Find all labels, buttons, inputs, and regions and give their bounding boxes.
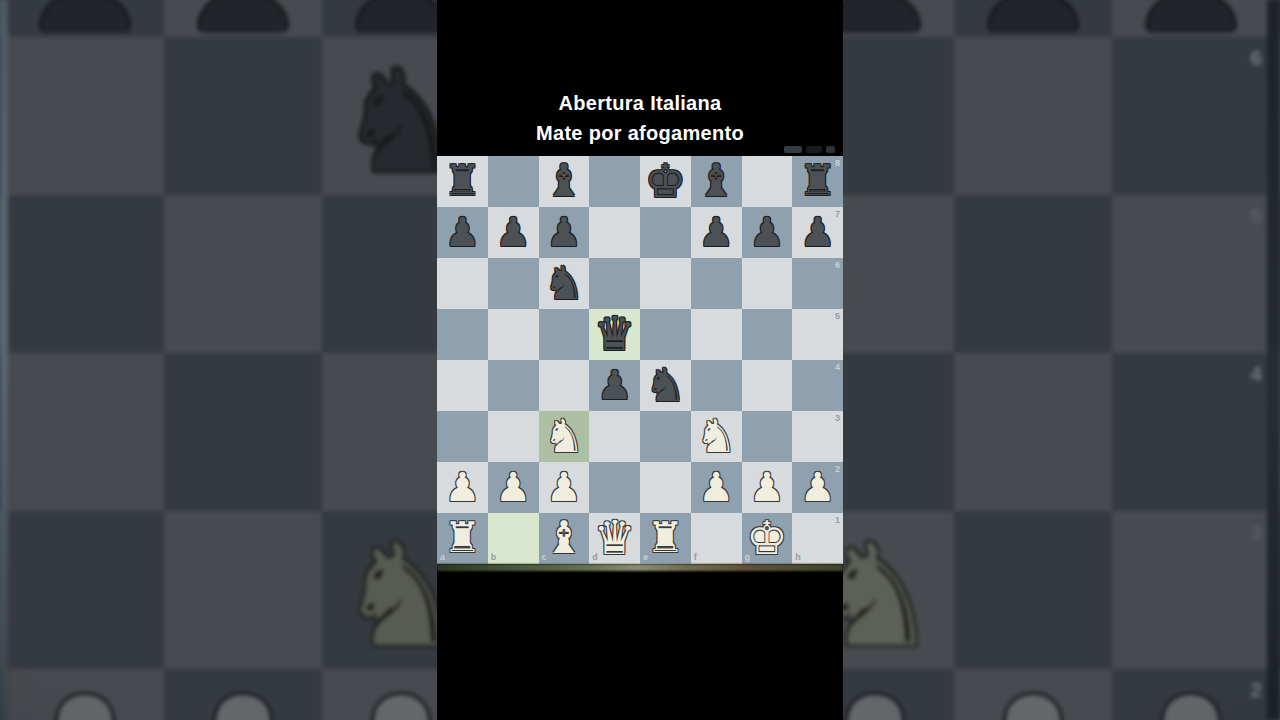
square-g7: ♟ bbox=[742, 207, 793, 258]
square-e1: ♜e bbox=[640, 513, 691, 564]
square-a6 bbox=[437, 258, 488, 309]
square-b3 bbox=[488, 411, 539, 462]
square-h8: ♜8 bbox=[792, 156, 843, 207]
square-h4: 4 bbox=[792, 360, 843, 411]
rank-label-6: 6 bbox=[835, 260, 840, 270]
square-f1: f bbox=[691, 513, 742, 564]
white-pawn-g2: ♟ bbox=[749, 467, 785, 507]
square-d1: ♛d bbox=[589, 513, 640, 564]
square-a5 bbox=[437, 309, 488, 360]
file-label-g: g bbox=[745, 552, 751, 562]
square-c1: ♝c bbox=[539, 513, 590, 564]
square-a7: ♟ bbox=[437, 207, 488, 258]
square-c6: ♞ bbox=[539, 258, 590, 309]
square-g4 bbox=[742, 360, 793, 411]
square-f4 bbox=[691, 360, 742, 411]
black-pawn-f7: ♟ bbox=[698, 212, 734, 252]
rank-label-4: 4 bbox=[835, 362, 840, 372]
file-label-a: a bbox=[440, 552, 445, 562]
square-a4 bbox=[437, 360, 488, 411]
status-mark-icon bbox=[806, 146, 822, 153]
black-pawn-g7: ♟ bbox=[749, 212, 785, 252]
status-mark-icon bbox=[826, 146, 835, 153]
black-rook-a8: ♜ bbox=[444, 160, 482, 202]
rank-label-2: 2 bbox=[835, 464, 840, 474]
square-f8: ♝ bbox=[691, 156, 742, 207]
square-e6 bbox=[640, 258, 691, 309]
square-b7: ♟ bbox=[488, 207, 539, 258]
square-h3: 3 bbox=[792, 411, 843, 462]
square-b5 bbox=[488, 309, 539, 360]
square-c5 bbox=[539, 309, 590, 360]
black-pawn-b7: ♟ bbox=[495, 212, 531, 252]
white-knight-f3: ♞ bbox=[696, 413, 737, 459]
rank-label-5: 5 bbox=[835, 311, 840, 321]
square-a8: ♜ bbox=[437, 156, 488, 207]
black-king-e8: ♚ bbox=[645, 158, 686, 204]
white-king-g1: ♚ bbox=[746, 515, 787, 561]
file-label-f: f bbox=[694, 552, 697, 562]
square-c2: ♟ bbox=[539, 462, 590, 513]
square-c7: ♟ bbox=[539, 207, 590, 258]
status-bar-marks bbox=[784, 146, 835, 154]
square-e7 bbox=[640, 207, 691, 258]
landscape-strip bbox=[437, 564, 843, 571]
square-d4: ♟ bbox=[589, 360, 640, 411]
black-rook-h8: ♜ bbox=[799, 160, 837, 202]
white-rook-e1: ♜ bbox=[647, 517, 685, 559]
square-e8: ♚ bbox=[640, 156, 691, 207]
square-e2 bbox=[640, 462, 691, 513]
square-a2: ♟ bbox=[437, 462, 488, 513]
square-f7: ♟ bbox=[691, 207, 742, 258]
square-d3 bbox=[589, 411, 640, 462]
file-label-b: b bbox=[491, 552, 497, 562]
square-c3: ♞ bbox=[539, 411, 590, 462]
white-bishop-c1: ♝ bbox=[544, 515, 584, 560]
rank-label-1: 1 bbox=[835, 515, 840, 525]
file-label-d: d bbox=[592, 552, 598, 562]
square-b6 bbox=[488, 258, 539, 309]
square-a3 bbox=[437, 411, 488, 462]
black-pawn-h7: ♟ bbox=[800, 212, 836, 252]
black-pawn-d4: ♟ bbox=[597, 365, 633, 405]
square-g8 bbox=[742, 156, 793, 207]
square-b8 bbox=[488, 156, 539, 207]
square-e3 bbox=[640, 411, 691, 462]
file-label-c: c bbox=[542, 552, 547, 562]
white-pawn-f2: ♟ bbox=[698, 467, 734, 507]
black-bishop-f8: ♝ bbox=[696, 158, 736, 203]
white-pawn-h2: ♟ bbox=[800, 467, 836, 507]
square-g3 bbox=[742, 411, 793, 462]
square-h6: 6 bbox=[792, 258, 843, 309]
white-queen-d1: ♛ bbox=[594, 514, 636, 561]
square-b1: b bbox=[488, 513, 539, 564]
square-f2: ♟ bbox=[691, 462, 742, 513]
square-f6 bbox=[691, 258, 742, 309]
square-a1: ♜a bbox=[437, 513, 488, 564]
square-d8 bbox=[589, 156, 640, 207]
black-queen-d5: ♛ bbox=[594, 310, 636, 357]
square-d5: ♛ bbox=[589, 309, 640, 360]
video-frame: ♞ ♞ ♞ 6 5 4 3 2 Abertura Italiana Mate p… bbox=[0, 0, 1280, 720]
video-title: Abertura Italiana Mate por afogamento bbox=[437, 88, 843, 148]
square-d2 bbox=[589, 462, 640, 513]
video-title-line2: Mate por afogamento bbox=[437, 118, 843, 148]
file-label-h: h bbox=[795, 552, 801, 562]
square-h5: 5 bbox=[792, 309, 843, 360]
video-title-line1: Abertura Italiana bbox=[437, 88, 843, 118]
chess-board: ♜♝♚♝♜8♟♟♟♟♟♟7♞6♛5♟♞4♞♞3♟♟♟♟♟♟2♜ab♝c♛d♜ef… bbox=[437, 156, 843, 564]
square-b4 bbox=[488, 360, 539, 411]
black-knight-e4: ♞ bbox=[645, 362, 686, 408]
rank-label-8: 8 bbox=[835, 158, 840, 168]
square-d6 bbox=[589, 258, 640, 309]
white-rook-a1: ♜ bbox=[444, 517, 482, 559]
rank-label-3: 3 bbox=[835, 413, 840, 423]
square-f5 bbox=[691, 309, 742, 360]
square-c8: ♝ bbox=[539, 156, 590, 207]
square-b2: ♟ bbox=[488, 462, 539, 513]
square-f3: ♞ bbox=[691, 411, 742, 462]
square-g5 bbox=[742, 309, 793, 360]
square-e4: ♞ bbox=[640, 360, 691, 411]
square-e5 bbox=[640, 309, 691, 360]
white-pawn-c2: ♟ bbox=[546, 467, 582, 507]
black-bishop-c8: ♝ bbox=[544, 158, 584, 203]
black-pawn-c7: ♟ bbox=[546, 212, 582, 252]
square-d7 bbox=[589, 207, 640, 258]
square-h2: ♟2 bbox=[792, 462, 843, 513]
black-knight-c6: ♞ bbox=[543, 260, 584, 306]
square-c4 bbox=[539, 360, 590, 411]
white-pawn-a2: ♟ bbox=[444, 467, 480, 507]
video-content-strip: Abertura Italiana Mate por afogamento ♜♝… bbox=[437, 0, 843, 720]
file-label-e: e bbox=[643, 552, 648, 562]
white-knight-c3: ♞ bbox=[543, 413, 584, 459]
white-pawn-b2: ♟ bbox=[495, 467, 531, 507]
square-g6 bbox=[742, 258, 793, 309]
rank-label-7: 7 bbox=[835, 209, 840, 219]
status-mark-icon bbox=[784, 146, 802, 153]
square-g1: ♚g bbox=[742, 513, 793, 564]
square-g2: ♟ bbox=[742, 462, 793, 513]
square-h1: 1h bbox=[792, 513, 843, 564]
square-h7: ♟7 bbox=[792, 207, 843, 258]
black-pawn-a7: ♟ bbox=[444, 212, 480, 252]
